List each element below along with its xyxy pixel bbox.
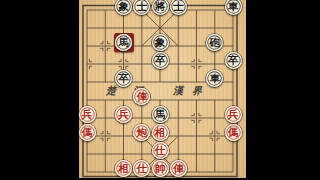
piece-black-soldier[interactable]: 卒 [225, 52, 242, 69]
piece-grid: 象士將士車馬象砲卒卒卒車俥兵兵馬兵傌炮相傌仕相仕帥俥 [78, 1, 242, 180]
piece-red-chariot[interactable]: 俥 [133, 88, 150, 105]
app-frame: 楚河 漢界 象士將士車馬象砲卒卒卒車俥兵兵馬兵傌炮相傌仕相仕帥俥 [0, 0, 320, 180]
piece-red-soldier[interactable]: 兵 [225, 106, 242, 123]
piece-black-general[interactable]: 將 [152, 0, 169, 15]
piece-black-advisor[interactable]: 士 [133, 0, 150, 15]
piece-red-chariot[interactable]: 俥 [170, 160, 187, 177]
piece-black-chariot[interactable]: 車 [206, 70, 223, 87]
piece-black-soldier[interactable]: 卒 [115, 70, 132, 87]
piece-black-horse[interactable]: 馬 [152, 106, 169, 123]
piece-red-elephant[interactable]: 相 [152, 124, 169, 141]
piece-red-horse[interactable]: 傌 [225, 124, 242, 141]
piece-red-advisor[interactable]: 仕 [152, 142, 169, 159]
piece-red-general[interactable]: 帥 [152, 160, 169, 177]
piece-black-advisor[interactable]: 士 [170, 0, 187, 15]
xiangqi-board[interactable]: 楚河 漢界 象士將士車馬象砲卒卒卒車俥兵兵馬兵傌炮相傌仕相仕帥俥 [79, 0, 246, 178]
piece-red-soldier[interactable]: 兵 [79, 106, 96, 123]
piece-red-soldier[interactable]: 兵 [115, 106, 132, 123]
piece-black-cannon[interactable]: 砲 [206, 34, 223, 51]
piece-black-soldier[interactable]: 卒 [152, 52, 169, 69]
piece-red-horse[interactable]: 傌 [79, 124, 96, 141]
piece-black-elephant[interactable]: 象 [152, 34, 169, 51]
piece-red-cannon[interactable]: 炮 [133, 124, 150, 141]
piece-red-elephant[interactable]: 相 [115, 160, 132, 177]
piece-black-elephant[interactable]: 象 [115, 0, 132, 15]
piece-black-horse[interactable]: 馬 [115, 34, 132, 51]
piece-red-advisor[interactable]: 仕 [133, 160, 150, 177]
piece-black-chariot[interactable]: 車 [225, 0, 242, 15]
